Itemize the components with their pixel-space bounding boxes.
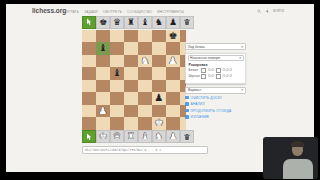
square-e4[interactable] — [138, 80, 152, 93]
editor-link-analysis[interactable]: АНАЛИЗ — [185, 102, 231, 107]
play-icon — [185, 109, 189, 113]
white-bishop-icon: ♝ — [141, 132, 149, 141]
chevron-down-icon: ▾ — [241, 45, 243, 49]
white-kingside-checkbox[interactable] — [201, 68, 206, 73]
variant-select-value: Вариант — [188, 88, 201, 92]
square-e2[interactable] — [138, 105, 152, 118]
position-select-value: Начальная позиция — [190, 56, 220, 60]
square-c2[interactable] — [110, 105, 124, 118]
black-pawn-icon: ♟ — [169, 18, 177, 27]
square-f1[interactable]: ♚ — [152, 117, 166, 130]
palette-black-bishop[interactable]: ♝ — [138, 16, 152, 29]
square-c5[interactable]: ♝ — [110, 67, 124, 80]
square-a5[interactable] — [82, 67, 96, 80]
link-label: АНАЛИЗ — [191, 102, 205, 106]
turn-select-value: Ход белых — [188, 45, 205, 49]
link-label: ПРОДОЛЖИТЬ ОТСЮДА — [191, 109, 232, 113]
editor-link-broom[interactable]: ОЧИСТИТЬ ДОСКУ — [185, 95, 231, 100]
castling-black-label: Чёрные — [189, 74, 200, 78]
square-c1[interactable] — [110, 117, 124, 130]
link-label: ИЗУЧЕНИЕ — [191, 115, 210, 119]
black-king-icon: ♚ — [99, 18, 107, 27]
square-a3[interactable] — [82, 92, 96, 105]
square-e8[interactable] — [138, 30, 152, 43]
square-a4[interactable] — [82, 80, 96, 93]
square-c7[interactable] — [110, 42, 124, 55]
square-g6[interactable]: ♟ — [166, 55, 180, 68]
square-d5[interactable] — [124, 67, 138, 80]
black-kingside-checkbox[interactable] — [201, 74, 206, 79]
square-f2[interactable] — [152, 105, 166, 118]
white-pawn: ♟ — [169, 56, 178, 66]
chevron-down-icon: ▾ — [241, 88, 243, 92]
square-e7[interactable] — [138, 42, 152, 55]
white-knight: ♞ — [141, 56, 150, 66]
nav-item-задачи[interactable]: ЗАДАЧИ — [84, 10, 98, 14]
square-a6[interactable] — [82, 55, 96, 68]
palette-black-king[interactable]: ♚ — [96, 16, 110, 29]
black-bishop-icon: ♝ — [141, 18, 149, 27]
square-a7[interactable] — [82, 42, 96, 55]
editor-link-study[interactable]: ИЗУЧЕНИЕ — [185, 115, 231, 120]
palette-white-knight[interactable]: ♞ — [152, 130, 166, 143]
palette-white-pawn[interactable]: ♟ — [166, 130, 180, 143]
turn-select[interactable]: Ход белых ▾ — [185, 43, 246, 50]
nav-item-смотреть[interactable]: СМОТРЕТЬ — [103, 10, 122, 14]
analysis-icon — [185, 102, 189, 106]
challenge-bolt-icon[interactable] — [265, 9, 270, 14]
palette-white-pointer-tool[interactable] — [82, 130, 96, 143]
position-select[interactable]: Начальная позиция ▾ — [188, 55, 244, 61]
square-c3[interactable] — [110, 92, 124, 105]
square-d6[interactable] — [124, 55, 138, 68]
square-b2[interactable]: ♟ — [96, 105, 110, 118]
square-g4[interactable] — [166, 80, 180, 93]
castling-black-row: Чёрные O-O O-O-O — [189, 74, 244, 79]
square-e6[interactable]: ♞ — [138, 55, 152, 68]
variant-select[interactable]: Вариант ▾ — [185, 87, 246, 94]
nav-item-сообщество[interactable]: СООБЩЕСТВО — [127, 10, 152, 14]
editor-link-play[interactable]: ПРОДОЛЖИТЬ ОТСЮДА — [185, 108, 231, 113]
square-d1[interactable] — [124, 117, 138, 130]
square-e3[interactable] — [138, 92, 152, 105]
header-actions: ВОЙТИ — [257, 9, 284, 14]
palette-black-pointer-tool[interactable] — [82, 16, 96, 29]
square-a1[interactable] — [82, 117, 96, 130]
palette-white-king[interactable]: ♚ — [96, 130, 110, 143]
palette-white-trash-tool[interactable] — [180, 130, 194, 143]
square-f6[interactable] — [152, 55, 166, 68]
palette-white-bishop[interactable]: ♝ — [138, 130, 152, 143]
square-b5[interactable] — [96, 67, 110, 80]
square-d3[interactable] — [124, 92, 138, 105]
chess-board: ♚♝♞♟♝♟♟♚ — [82, 30, 186, 130]
square-c4[interactable] — [110, 80, 124, 93]
square-b3[interactable] — [96, 92, 110, 105]
square-d7[interactable] — [124, 42, 138, 55]
palette-black-pawn[interactable]: ♟ — [166, 16, 180, 29]
palette-white-rook[interactable]: ♜ — [124, 130, 138, 143]
queenside-label: O-O-O — [223, 68, 232, 72]
square-d4[interactable] — [124, 80, 138, 93]
square-f5[interactable] — [152, 67, 166, 80]
presenter-webcam — [263, 137, 318, 179]
palette-white-queen[interactable]: ♛ — [110, 130, 124, 143]
palette-black-trash-tool[interactable] — [180, 16, 194, 29]
sign-in-link[interactable]: ВОЙТИ — [273, 9, 284, 13]
square-g3[interactable] — [166, 92, 180, 105]
broom-icon — [185, 96, 189, 100]
palette-black-rook[interactable]: ♜ — [124, 16, 138, 29]
square-b1[interactable] — [96, 117, 110, 130]
square-g1[interactable] — [166, 117, 180, 130]
kingside-label: O-O — [208, 68, 214, 72]
board-container: ♚♝♞♟♝♟♟♚ — [82, 30, 186, 130]
black-queen-icon: ♛ — [113, 18, 121, 27]
white-pawn: ♟ — [99, 106, 108, 116]
square-g8[interactable]: ♚ — [166, 30, 180, 43]
castling-white-label: Белые — [189, 68, 200, 72]
square-d2[interactable] — [124, 105, 138, 118]
square-b4[interactable] — [96, 80, 110, 93]
chevron-down-icon: ▾ — [239, 56, 241, 60]
square-b6[interactable] — [96, 55, 110, 68]
palette-black-knight[interactable]: ♞ — [152, 16, 166, 29]
presenter-silhouette — [283, 159, 313, 179]
square-g5[interactable] — [166, 67, 180, 80]
castling-card: Начальная позиция ▾ Рокировка Белые O-O … — [185, 53, 246, 84]
piece-palette-black: ♚♛♜♝♞♟ — [82, 16, 194, 29]
square-a8[interactable] — [82, 30, 96, 43]
study-icon — [185, 115, 189, 119]
square-f7[interactable] — [152, 42, 166, 55]
white-knight-icon: ♞ — [155, 132, 163, 141]
white-king-icon: ♚ — [99, 132, 107, 141]
nav-item-играть[interactable]: ИГРАТЬ — [66, 10, 79, 14]
black-rook-icon: ♜ — [127, 18, 135, 27]
square-e5[interactable] — [138, 67, 152, 80]
square-g2[interactable] — [166, 105, 180, 118]
black-bishop: ♝ — [113, 68, 122, 78]
square-a2[interactable] — [82, 105, 96, 118]
black-pawn: ♟ — [155, 93, 164, 103]
square-b7[interactable]: ♝ — [96, 42, 110, 55]
square-f4[interactable] — [152, 80, 166, 93]
black-bishop: ♝ — [99, 43, 108, 53]
square-h8[interactable] — [180, 30, 186, 43]
white-king: ♚ — [155, 118, 164, 128]
square-c8[interactable] — [110, 30, 124, 43]
castling-title: Рокировка — [189, 63, 244, 67]
kingside-label: O-O — [208, 74, 214, 78]
white-queenside-checkbox[interactable] — [216, 68, 221, 73]
black-queenside-checkbox[interactable] — [216, 74, 221, 79]
search-icon[interactable] — [257, 9, 262, 14]
castling-white-row: Белые O-O O-O-O — [189, 68, 244, 73]
lichess-logo[interactable]: lichess.org — [32, 7, 66, 14]
queenside-label: O-O-O — [223, 74, 232, 78]
black-knight-icon: ♞ — [155, 18, 163, 27]
editor-action-links: ОЧИСТИТЬ ДОСКУАНАЛИЗПРОДОЛЖИТЬ ОТСЮДАИЗУ… — [185, 95, 231, 120]
piece-palette-white: ♚♛♜♝♞♟ — [82, 130, 194, 143]
square-g7[interactable] — [166, 42, 180, 55]
top-nav: ИГРАТЬЗАДАЧИСМОТРЕТЬСООБЩЕСТВОИНСТРУМЕНТ… — [66, 10, 184, 14]
square-f3[interactable]: ♟ — [152, 92, 166, 105]
square-e1[interactable] — [138, 117, 152, 130]
black-king: ♚ — [169, 31, 178, 41]
square-f8[interactable] — [152, 30, 166, 43]
palette-black-queen[interactable]: ♛ — [110, 16, 124, 29]
square-c6[interactable] — [110, 55, 124, 68]
white-queen-icon: ♛ — [113, 132, 121, 141]
white-rook-icon: ♜ — [127, 132, 135, 141]
white-pawn-icon: ♟ — [169, 132, 177, 141]
fen-input[interactable]: 6k1/1b6/4N1P1/2b5/8/5p2/1P6/5K2 w - - 0 … — [82, 146, 208, 155]
link-label: ОЧИСТИТЬ ДОСКУ — [191, 96, 222, 100]
square-b8[interactable] — [96, 30, 110, 43]
nav-item-инструменты[interactable]: ИНСТРУМЕНТЫ — [157, 10, 184, 14]
square-d8[interactable] — [124, 30, 138, 43]
video-frame: { "game": "chess", "position": { "fen": … — [0, 0, 320, 180]
